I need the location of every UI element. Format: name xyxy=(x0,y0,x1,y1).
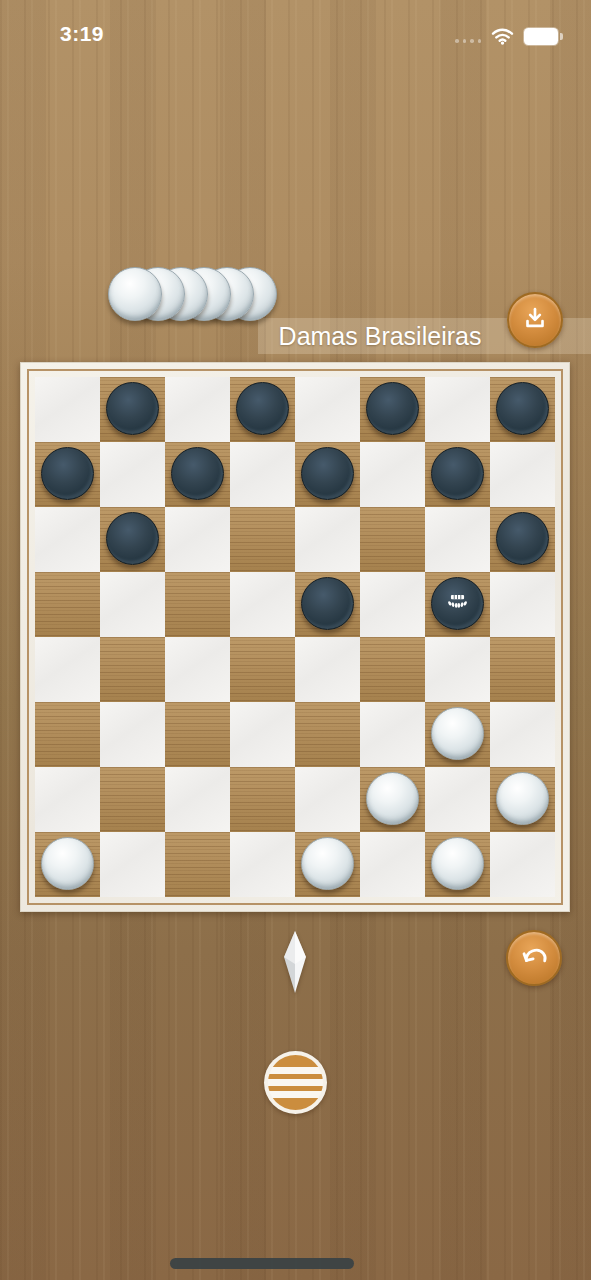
square-g3[interactable] xyxy=(425,702,490,767)
square-g2 xyxy=(425,767,490,832)
square-h1 xyxy=(490,832,555,897)
square-g6 xyxy=(425,507,490,572)
square-a6 xyxy=(35,507,100,572)
cellular-signal-icon xyxy=(455,39,481,43)
board-grid xyxy=(35,377,555,897)
undo-button[interactable] xyxy=(506,930,562,986)
square-h8[interactable] xyxy=(490,377,555,442)
square-d1 xyxy=(230,832,295,897)
square-g5[interactable] xyxy=(425,572,490,637)
square-e8 xyxy=(295,377,360,442)
square-c4 xyxy=(165,637,230,702)
square-g7[interactable] xyxy=(425,442,490,507)
square-c8 xyxy=(165,377,230,442)
square-d2[interactable] xyxy=(230,767,295,832)
checkers-board xyxy=(20,362,570,912)
square-e1[interactable] xyxy=(295,832,360,897)
square-c2 xyxy=(165,767,230,832)
square-g8 xyxy=(425,377,490,442)
square-h7 xyxy=(490,442,555,507)
turn-indicator xyxy=(283,930,307,998)
square-e6 xyxy=(295,507,360,572)
dark-man[interactable] xyxy=(496,512,549,565)
dark-man[interactable] xyxy=(301,577,354,630)
download-button[interactable] xyxy=(507,292,563,348)
square-h2[interactable] xyxy=(490,767,555,832)
square-h4[interactable] xyxy=(490,637,555,702)
dark-man[interactable] xyxy=(496,382,549,435)
square-a4 xyxy=(35,637,100,702)
square-d7 xyxy=(230,442,295,507)
dark-man[interactable] xyxy=(236,382,289,435)
home-indicator[interactable] xyxy=(170,1258,354,1269)
square-b1 xyxy=(100,832,165,897)
square-a5[interactable] xyxy=(35,572,100,637)
square-h6[interactable] xyxy=(490,507,555,572)
square-d3 xyxy=(230,702,295,767)
square-f8[interactable] xyxy=(360,377,425,442)
dark-man[interactable] xyxy=(171,447,224,500)
square-a3[interactable] xyxy=(35,702,100,767)
square-a2 xyxy=(35,767,100,832)
dark-man[interactable] xyxy=(41,447,94,500)
captured-pieces-tray xyxy=(108,267,277,321)
square-d6[interactable] xyxy=(230,507,295,572)
menu-button[interactable] xyxy=(264,1051,327,1114)
square-e5[interactable] xyxy=(295,572,360,637)
square-a8 xyxy=(35,377,100,442)
square-f6[interactable] xyxy=(360,507,425,572)
square-e3[interactable] xyxy=(295,702,360,767)
square-h5 xyxy=(490,572,555,637)
square-h3 xyxy=(490,702,555,767)
square-c5[interactable] xyxy=(165,572,230,637)
square-b8[interactable] xyxy=(100,377,165,442)
square-d5 xyxy=(230,572,295,637)
square-c6 xyxy=(165,507,230,572)
crown-icon xyxy=(446,594,469,609)
dark-man[interactable] xyxy=(106,512,159,565)
captured-white-piece xyxy=(108,267,162,321)
square-b7 xyxy=(100,442,165,507)
status-time: 3:19 xyxy=(50,22,114,46)
square-f3 xyxy=(360,702,425,767)
dark-man[interactable] xyxy=(366,382,419,435)
square-f4[interactable] xyxy=(360,637,425,702)
square-f7 xyxy=(360,442,425,507)
undo-icon xyxy=(518,940,550,976)
wifi-icon xyxy=(491,28,514,49)
square-e2 xyxy=(295,767,360,832)
square-f5 xyxy=(360,572,425,637)
white-man[interactable] xyxy=(301,837,354,890)
white-man[interactable] xyxy=(496,772,549,825)
square-g4 xyxy=(425,637,490,702)
square-e7[interactable] xyxy=(295,442,360,507)
square-g1[interactable] xyxy=(425,832,490,897)
square-b4[interactable] xyxy=(100,637,165,702)
page-title: Damas Brasileiras xyxy=(250,322,510,351)
white-man[interactable] xyxy=(366,772,419,825)
square-f1 xyxy=(360,832,425,897)
square-c3[interactable] xyxy=(165,702,230,767)
dark-man[interactable] xyxy=(106,382,159,435)
white-man[interactable] xyxy=(431,707,484,760)
dark-man[interactable] xyxy=(431,447,484,500)
square-c7[interactable] xyxy=(165,442,230,507)
dark-man[interactable] xyxy=(301,447,354,500)
square-b3 xyxy=(100,702,165,767)
square-a1[interactable] xyxy=(35,832,100,897)
square-c1[interactable] xyxy=(165,832,230,897)
dark-king[interactable] xyxy=(431,577,484,630)
square-a7[interactable] xyxy=(35,442,100,507)
square-d4[interactable] xyxy=(230,637,295,702)
download-icon xyxy=(520,303,550,337)
square-b2[interactable] xyxy=(100,767,165,832)
hamburger-icon xyxy=(268,1055,323,1110)
white-man[interactable] xyxy=(431,837,484,890)
square-b5 xyxy=(100,572,165,637)
square-e4 xyxy=(295,637,360,702)
battery-icon xyxy=(524,28,558,45)
white-man[interactable] xyxy=(41,837,94,890)
square-f2[interactable] xyxy=(360,767,425,832)
square-d8[interactable] xyxy=(230,377,295,442)
square-b6[interactable] xyxy=(100,507,165,572)
